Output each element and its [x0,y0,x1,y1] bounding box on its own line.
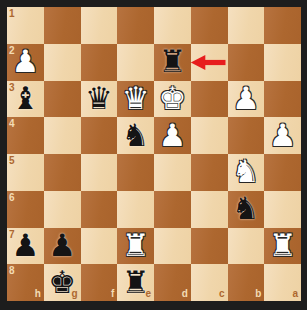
square-g1[interactable] [44,7,81,44]
square-c1[interactable] [191,7,228,44]
square-h7[interactable]: 7♟ [7,228,44,265]
square-d2[interactable]: ♜ [154,44,191,81]
white-queen-e3[interactable]: ♛ [122,80,150,116]
rank-label-5: 5 [9,156,15,166]
square-c4[interactable] [191,117,228,154]
square-d3[interactable]: ♚ [154,81,191,118]
rank-label-6: 6 [9,193,15,203]
square-a4[interactable]: ♟ [264,117,301,154]
black-knight-e4[interactable]: ♞ [122,117,150,153]
white-knight-b5[interactable]: ♞ [232,153,260,189]
square-f5[interactable] [81,154,118,191]
square-d8[interactable]: d [154,264,191,301]
square-g4[interactable] [44,117,81,154]
square-e7[interactable]: ♜ [117,228,154,265]
file-label-h: h [35,289,41,299]
square-e1[interactable] [117,7,154,44]
square-a3[interactable] [264,81,301,118]
square-e4[interactable]: ♞ [117,117,154,154]
square-a8[interactable]: a [264,264,301,301]
black-rook-d2[interactable]: ♜ [158,43,186,79]
square-f2[interactable] [81,44,118,81]
square-b4[interactable] [228,117,265,154]
square-g3[interactable] [44,81,81,118]
square-g8[interactable]: g♚ [44,264,81,301]
square-f6[interactable] [81,191,118,228]
black-pawn-g7[interactable]: ♟ [48,227,76,263]
square-d1[interactable] [154,7,191,44]
square-b5[interactable]: ♞ [228,154,265,191]
square-d7[interactable] [154,228,191,265]
square-h2[interactable]: 2♟ [7,44,44,81]
square-b7[interactable] [228,228,265,265]
square-a5[interactable] [264,154,301,191]
square-d4[interactable]: ♟ [154,117,191,154]
square-h3[interactable]: 3♝ [7,81,44,118]
black-bishop-h3[interactable]: ♝ [11,80,39,116]
white-king-d3[interactable]: ♚ [158,80,186,116]
square-e5[interactable] [117,154,154,191]
square-d5[interactable] [154,154,191,191]
square-e2[interactable] [117,44,154,81]
square-c5[interactable] [191,154,228,191]
square-c6[interactable] [191,191,228,228]
square-a6[interactable] [264,191,301,228]
square-c2[interactable] [191,44,228,81]
black-rook-e8[interactable]: ♜ [122,264,150,300]
square-h1[interactable]: 1 [7,7,44,44]
square-e6[interactable] [117,191,154,228]
black-king-g8[interactable]: ♚ [48,264,76,300]
white-rook-e7[interactable]: ♜ [122,227,150,263]
black-queen-f3[interactable]: ♛ [85,80,113,116]
square-b6[interactable]: ♞ [228,191,265,228]
square-e3[interactable]: ♛ [117,81,154,118]
square-a1[interactable] [264,7,301,44]
square-a2[interactable] [264,44,301,81]
square-f8[interactable]: f [81,264,118,301]
square-g6[interactable] [44,191,81,228]
black-pawn-h7[interactable]: ♟ [11,227,39,263]
file-label-a: a [292,289,298,299]
square-f7[interactable] [81,228,118,265]
square-h6[interactable]: 6 [7,191,44,228]
square-b8[interactable]: b [228,264,265,301]
square-b3[interactable]: ♟ [228,81,265,118]
square-c3[interactable] [191,81,228,118]
square-g2[interactable] [44,44,81,81]
white-pawn-h2[interactable]: ♟ [11,43,39,79]
square-g5[interactable] [44,154,81,191]
file-label-c: c [219,289,225,299]
square-d6[interactable] [154,191,191,228]
rank-label-8: 8 [9,266,15,276]
square-a7[interactable]: ♜ [264,228,301,265]
chess-board: 12♟♜3♝♛♛♚♟4♞♟♟5♞6♞7♟♟♜♜8hg♚fe♜dcba [7,7,301,301]
square-c7[interactable] [191,228,228,265]
file-label-f: f [111,289,114,299]
file-label-d: d [182,289,188,299]
white-pawn-d4[interactable]: ♟ [158,117,186,153]
square-g7[interactable]: ♟ [44,228,81,265]
square-b2[interactable] [228,44,265,81]
square-h8[interactable]: 8h [7,264,44,301]
board-frame: 12♟♜3♝♛♛♚♟4♞♟♟5♞6♞7♟♟♜♜8hg♚fe♜dcba [0,0,307,310]
rank-label-4: 4 [9,119,15,129]
square-h5[interactable]: 5 [7,154,44,191]
square-f4[interactable] [81,117,118,154]
square-b1[interactable] [228,7,265,44]
black-knight-b6[interactable]: ♞ [232,190,260,226]
rank-label-1: 1 [9,9,15,19]
square-c8[interactable]: c [191,264,228,301]
white-rook-a7[interactable]: ♜ [269,227,297,263]
square-f1[interactable] [81,7,118,44]
square-f3[interactable]: ♛ [81,81,118,118]
file-label-b: b [255,289,261,299]
square-e8[interactable]: e♜ [117,264,154,301]
square-h4[interactable]: 4 [7,117,44,154]
white-pawn-a4[interactable]: ♟ [269,117,297,153]
white-pawn-b3[interactable]: ♟ [232,80,260,116]
